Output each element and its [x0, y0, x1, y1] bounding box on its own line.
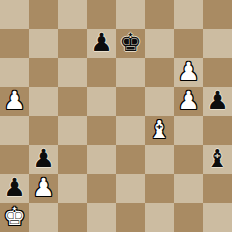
square-f2[interactable]	[145, 174, 174, 203]
square-d2[interactable]	[87, 174, 116, 203]
square-d1[interactable]	[87, 203, 116, 232]
square-e6[interactable]	[116, 58, 145, 87]
square-b8[interactable]	[29, 0, 58, 29]
white-pawn[interactable]: ♟	[177, 57, 199, 86]
square-g7[interactable]	[174, 29, 203, 58]
square-b4[interactable]	[29, 116, 58, 145]
black-pawn[interactable]: ♟	[32, 144, 54, 173]
square-c7[interactable]	[58, 29, 87, 58]
square-e7[interactable]: ♚	[116, 29, 145, 58]
square-a8[interactable]	[0, 0, 29, 29]
white-pawn[interactable]: ♟	[177, 86, 199, 115]
square-e2[interactable]	[116, 174, 145, 203]
square-g3[interactable]	[174, 145, 203, 174]
square-f5[interactable]	[145, 87, 174, 116]
chess-board: ♟♚♟♟♟♟♝♟♝♟♟♚	[0, 0, 232, 232]
square-f8[interactable]	[145, 0, 174, 29]
square-g5[interactable]: ♟	[174, 87, 203, 116]
square-b3[interactable]: ♟	[29, 145, 58, 174]
square-b2[interactable]: ♟	[29, 174, 58, 203]
square-g2[interactable]	[174, 174, 203, 203]
square-h1[interactable]	[203, 203, 232, 232]
square-f1[interactable]	[145, 203, 174, 232]
square-d5[interactable]	[87, 87, 116, 116]
square-f4[interactable]: ♝	[145, 116, 174, 145]
black-king[interactable]: ♚	[119, 28, 141, 57]
square-d3[interactable]	[87, 145, 116, 174]
square-c6[interactable]	[58, 58, 87, 87]
square-h3[interactable]: ♝	[203, 145, 232, 174]
square-c5[interactable]	[58, 87, 87, 116]
square-g1[interactable]	[174, 203, 203, 232]
square-c4[interactable]	[58, 116, 87, 145]
square-a4[interactable]	[0, 116, 29, 145]
white-bishop[interactable]: ♝	[148, 115, 170, 144]
square-e1[interactable]	[116, 203, 145, 232]
square-e8[interactable]	[116, 0, 145, 29]
square-a1[interactable]: ♚	[0, 203, 29, 232]
square-d8[interactable]	[87, 0, 116, 29]
black-pawn[interactable]: ♟	[3, 173, 25, 202]
white-pawn[interactable]: ♟	[3, 86, 25, 115]
square-h5[interactable]: ♟	[203, 87, 232, 116]
square-h8[interactable]	[203, 0, 232, 29]
square-a7[interactable]	[0, 29, 29, 58]
square-f3[interactable]	[145, 145, 174, 174]
square-e4[interactable]	[116, 116, 145, 145]
square-c2[interactable]	[58, 174, 87, 203]
square-a6[interactable]	[0, 58, 29, 87]
square-b6[interactable]	[29, 58, 58, 87]
black-pawn[interactable]: ♟	[90, 28, 112, 57]
square-c1[interactable]	[58, 203, 87, 232]
square-a3[interactable]	[0, 145, 29, 174]
white-pawn[interactable]: ♟	[32, 173, 54, 202]
square-d7[interactable]: ♟	[87, 29, 116, 58]
square-h4[interactable]	[203, 116, 232, 145]
square-g6[interactable]: ♟	[174, 58, 203, 87]
square-f7[interactable]	[145, 29, 174, 58]
square-c8[interactable]	[58, 0, 87, 29]
square-h6[interactable]	[203, 58, 232, 87]
square-d4[interactable]	[87, 116, 116, 145]
black-pawn[interactable]: ♟	[206, 86, 228, 115]
square-d6[interactable]	[87, 58, 116, 87]
square-h2[interactable]	[203, 174, 232, 203]
square-b1[interactable]	[29, 203, 58, 232]
white-king[interactable]: ♚	[3, 202, 25, 231]
square-b5[interactable]	[29, 87, 58, 116]
square-g4[interactable]	[174, 116, 203, 145]
square-e3[interactable]	[116, 145, 145, 174]
square-a2[interactable]: ♟	[0, 174, 29, 203]
square-f6[interactable]	[145, 58, 174, 87]
square-b7[interactable]	[29, 29, 58, 58]
square-e5[interactable]	[116, 87, 145, 116]
square-c3[interactable]	[58, 145, 87, 174]
black-bishop[interactable]: ♝	[206, 144, 228, 173]
square-g8[interactable]	[174, 0, 203, 29]
square-a5[interactable]: ♟	[0, 87, 29, 116]
square-h7[interactable]	[203, 29, 232, 58]
